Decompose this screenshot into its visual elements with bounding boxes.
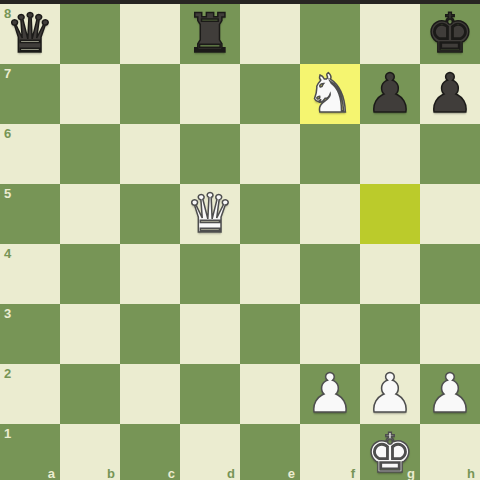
rank-label-2: 2 (4, 367, 11, 380)
square-e1[interactable]: e (240, 424, 300, 480)
rank-label-7: 7 (4, 67, 11, 80)
square-e5[interactable] (240, 184, 300, 244)
square-b8[interactable] (60, 4, 120, 64)
square-f8[interactable] (300, 4, 360, 64)
page: 8♛♜♚7♞♟♟65♛432♟♟♟1abcdefg♚h (0, 0, 480, 480)
square-g4[interactable] (360, 244, 420, 304)
square-a8[interactable]: 8♛ (0, 4, 60, 64)
square-c7[interactable] (120, 64, 180, 124)
square-e2[interactable] (240, 364, 300, 424)
square-a2[interactable]: 2 (0, 364, 60, 424)
file-label-b: b (107, 467, 115, 480)
square-g3[interactable] (360, 304, 420, 364)
square-c8[interactable] (120, 4, 180, 64)
black-rook[interactable]: ♜ (180, 4, 240, 64)
square-b1[interactable]: b (60, 424, 120, 480)
square-c5[interactable] (120, 184, 180, 244)
square-f6[interactable] (300, 124, 360, 184)
square-g8[interactable] (360, 4, 420, 64)
black-king[interactable]: ♚ (420, 4, 480, 64)
square-b2[interactable] (60, 364, 120, 424)
black-queen[interactable]: ♛ (0, 4, 60, 64)
file-label-a: a (48, 467, 55, 480)
square-d6[interactable] (180, 124, 240, 184)
square-e4[interactable] (240, 244, 300, 304)
file-label-f: f (351, 467, 355, 480)
square-a6[interactable]: 6 (0, 124, 60, 184)
square-b6[interactable] (60, 124, 120, 184)
square-a5[interactable]: 5 (0, 184, 60, 244)
square-e7[interactable] (240, 64, 300, 124)
square-f5[interactable] (300, 184, 360, 244)
square-d5[interactable]: ♛ (180, 184, 240, 244)
white-pawn[interactable]: ♟ (420, 364, 480, 424)
square-h5[interactable] (420, 184, 480, 244)
file-label-h: h (467, 467, 475, 480)
file-label-c: c (168, 467, 175, 480)
square-c1[interactable]: c (120, 424, 180, 480)
square-b5[interactable] (60, 184, 120, 244)
square-h4[interactable] (420, 244, 480, 304)
white-pawn[interactable]: ♟ (360, 364, 420, 424)
white-king[interactable]: ♚ (360, 424, 420, 480)
square-h3[interactable] (420, 304, 480, 364)
square-d3[interactable] (180, 304, 240, 364)
square-c2[interactable] (120, 364, 180, 424)
square-h8[interactable]: ♚ (420, 4, 480, 64)
square-f3[interactable] (300, 304, 360, 364)
square-e6[interactable] (240, 124, 300, 184)
square-b7[interactable] (60, 64, 120, 124)
square-d2[interactable] (180, 364, 240, 424)
file-label-e: e (288, 467, 295, 480)
square-g2[interactable]: ♟ (360, 364, 420, 424)
white-knight[interactable]: ♞ (300, 64, 360, 124)
square-h7[interactable]: ♟ (420, 64, 480, 124)
rank-label-6: 6 (4, 127, 11, 140)
square-a1[interactable]: 1a (0, 424, 60, 480)
square-g1[interactable]: g♚ (360, 424, 420, 480)
rank-label-5: 5 (4, 187, 11, 200)
square-e8[interactable] (240, 4, 300, 64)
square-d7[interactable] (180, 64, 240, 124)
rank-label-1: 1 (4, 427, 11, 440)
square-d4[interactable] (180, 244, 240, 304)
rank-label-3: 3 (4, 307, 11, 320)
chess-board[interactable]: 8♛♜♚7♞♟♟65♛432♟♟♟1abcdefg♚h (0, 4, 480, 480)
square-d8[interactable]: ♜ (180, 4, 240, 64)
black-pawn[interactable]: ♟ (360, 64, 420, 124)
square-f1[interactable]: f (300, 424, 360, 480)
white-pawn[interactable]: ♟ (300, 364, 360, 424)
square-g6[interactable] (360, 124, 420, 184)
square-f2[interactable]: ♟ (300, 364, 360, 424)
square-c3[interactable] (120, 304, 180, 364)
square-c4[interactable] (120, 244, 180, 304)
square-b4[interactable] (60, 244, 120, 304)
file-label-d: d (227, 467, 235, 480)
square-c6[interactable] (120, 124, 180, 184)
white-queen[interactable]: ♛ (180, 184, 240, 244)
square-a3[interactable]: 3 (0, 304, 60, 364)
square-a7[interactable]: 7 (0, 64, 60, 124)
black-pawn[interactable]: ♟ (420, 64, 480, 124)
square-f7[interactable]: ♞ (300, 64, 360, 124)
square-e3[interactable] (240, 304, 300, 364)
square-a4[interactable]: 4 (0, 244, 60, 304)
square-h6[interactable] (420, 124, 480, 184)
square-g5[interactable] (360, 184, 420, 244)
square-h1[interactable]: h (420, 424, 480, 480)
square-d1[interactable]: d (180, 424, 240, 480)
square-h2[interactable]: ♟ (420, 364, 480, 424)
square-b3[interactable] (60, 304, 120, 364)
square-f4[interactable] (300, 244, 360, 304)
square-g7[interactable]: ♟ (360, 64, 420, 124)
rank-label-4: 4 (4, 247, 11, 260)
